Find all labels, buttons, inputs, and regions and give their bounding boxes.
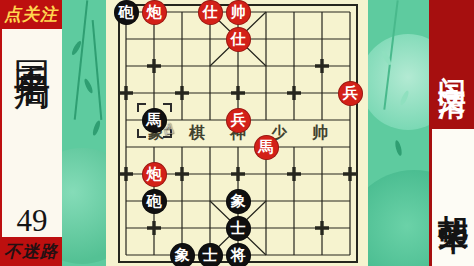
willow-leaf <box>91 120 101 137</box>
piece-red-兵[interactable]: 兵 <box>338 81 363 106</box>
follow-badge[interactable]: 点关注 <box>0 0 62 29</box>
piece-red-兵[interactable]: 兵 <box>226 108 251 133</box>
dont-get-lost-badge[interactable]: 不迷路 <box>0 237 62 266</box>
player-black-panel: 胡荣华 <box>429 129 474 266</box>
piece-label: 馬 <box>147 108 162 133</box>
piece-red-仕[interactable]: 仕 <box>226 27 251 52</box>
selection-bracket <box>137 129 146 138</box>
selection-bracket <box>163 103 172 112</box>
piece-black-象[interactable]: 象 <box>170 243 195 266</box>
piece-label: 兵 <box>231 108 246 133</box>
player-red-name: 闫文清 <box>438 54 466 75</box>
willow-leaf <box>83 78 94 95</box>
river-character: 棋 <box>189 123 205 144</box>
piece-red-炮[interactable]: 炮 <box>142 0 167 25</box>
piece-red-馬[interactable]: 馬 <box>254 135 279 160</box>
piece-label: 兵 <box>343 81 358 106</box>
piece-black-象[interactable]: 象 <box>226 189 251 214</box>
piece-black-士[interactable]: 士 <box>198 243 223 266</box>
episode-number: 49 <box>17 205 48 236</box>
piece-label: 士 <box>203 243 218 266</box>
xiangqi-board: 象棋神少帅 砲炮仕帅仕兵馬☝兵馬炮砲象士象士将 <box>106 0 368 266</box>
willow-branch <box>92 20 103 120</box>
video-thumbnail: 点关注 国手名局 49 不迷路 <box>0 0 474 266</box>
willow-branch <box>74 0 89 120</box>
piece-black-馬[interactable]: 馬☝ <box>142 108 167 133</box>
piece-black-砲[interactable]: 砲 <box>114 0 139 25</box>
player-black-name: 胡荣华 <box>438 190 468 205</box>
series-title: 国手名局 <box>14 31 51 51</box>
river-character: 帅 <box>312 123 328 144</box>
piece-black-士[interactable]: 士 <box>226 216 251 241</box>
piece-label: 砲 <box>147 189 162 214</box>
piece-black-将[interactable]: 将 <box>226 243 251 266</box>
piece-label: 士 <box>231 216 246 241</box>
selection-bracket <box>137 103 146 112</box>
piece-label: 炮 <box>147 0 162 25</box>
piece-label: 象 <box>231 189 246 214</box>
piece-red-帅[interactable]: 帅 <box>226 0 251 25</box>
piece-black-砲[interactable]: 砲 <box>142 189 167 214</box>
series-title-strip: 国手名局 49 <box>0 29 62 237</box>
piece-label: 仕 <box>203 0 218 25</box>
piece-red-炮[interactable]: 炮 <box>142 162 167 187</box>
player-red-panel: 闫文清 <box>429 0 474 129</box>
piece-red-仕[interactable]: 仕 <box>198 0 223 25</box>
piece-label: 帅 <box>231 0 246 25</box>
piece-label: 仕 <box>231 27 246 52</box>
piece-label: 将 <box>231 243 246 266</box>
piece-label: 砲 <box>119 0 134 25</box>
right-sidebar: 闫文清 胡荣华 <box>429 0 474 266</box>
willow-leaf <box>394 140 403 157</box>
piece-label: 馬 <box>259 135 274 160</box>
piece-label: 炮 <box>147 162 162 187</box>
left-sidebar: 点关注 国手名局 49 不迷路 <box>0 0 62 266</box>
piece-label: 象 <box>175 243 190 266</box>
